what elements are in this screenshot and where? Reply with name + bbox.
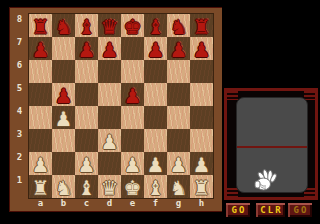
square-e7[interactable] xyxy=(121,37,144,60)
square-g6[interactable] xyxy=(167,60,190,83)
frame-corner-decoration xyxy=(227,91,238,100)
red-queen: ♛ xyxy=(101,16,119,38)
white-pawn: ♟ xyxy=(32,154,50,176)
square-g5[interactable] xyxy=(167,83,190,106)
red-king: ♚ xyxy=(124,16,142,38)
file-label-e: e xyxy=(121,198,144,211)
file-label-h: h xyxy=(190,198,213,211)
square-f2[interactable]: ♟ xyxy=(144,152,167,175)
white-queen: ♛ xyxy=(101,177,119,199)
square-b1[interactable]: ♞ xyxy=(52,175,75,198)
square-a3[interactable] xyxy=(29,129,52,152)
file-label-b: b xyxy=(52,198,75,211)
red-pawn: ♟ xyxy=(55,85,73,107)
square-d3[interactable]: ♟ xyxy=(98,129,121,152)
square-h6[interactable] xyxy=(190,60,213,83)
square-a1[interactable]: ♜ xyxy=(29,175,52,198)
square-e8[interactable]: ♚ xyxy=(121,14,144,37)
side-panel: GO CLR GO xyxy=(222,0,320,224)
red-pawn: ♟ xyxy=(101,39,119,61)
rank-label-6: 6 xyxy=(10,60,29,83)
white-rook: ♜ xyxy=(193,177,211,199)
file-label-d: d xyxy=(98,198,121,211)
go-button[interactable]: GO xyxy=(225,202,251,218)
square-c3[interactable] xyxy=(75,129,98,152)
square-c7[interactable]: ♟ xyxy=(75,37,98,60)
file-label-c: c xyxy=(75,198,98,211)
square-a4[interactable] xyxy=(29,106,52,129)
square-h3[interactable] xyxy=(190,129,213,152)
white-bishop: ♝ xyxy=(147,177,165,199)
clr-button[interactable]: CLR xyxy=(255,202,286,218)
square-f4[interactable] xyxy=(144,106,167,129)
square-h1[interactable]: ♜ xyxy=(190,175,213,198)
red-knight: ♞ xyxy=(170,16,188,38)
square-d6[interactable] xyxy=(98,60,121,83)
red-pawn: ♟ xyxy=(124,85,142,107)
red-bishop: ♝ xyxy=(147,16,165,38)
rank-label-4: 4 xyxy=(10,106,29,129)
go-button-2[interactable]: GO xyxy=(287,202,313,218)
rank-label-7: 7 xyxy=(10,37,29,60)
rank-label-8: 8 xyxy=(10,14,29,37)
square-g8[interactable]: ♞ xyxy=(167,14,190,37)
square-h5[interactable] xyxy=(190,83,213,106)
rank-labels: 87654321 xyxy=(10,14,29,198)
white-pawn: ♟ xyxy=(170,154,188,176)
white-knight: ♞ xyxy=(170,177,188,199)
square-b8[interactable]: ♞ xyxy=(52,14,75,37)
square-a2[interactable]: ♟ xyxy=(29,152,52,175)
square-e6[interactable] xyxy=(121,60,144,83)
rank-label-1: 1 xyxy=(10,175,29,198)
red-pawn: ♟ xyxy=(147,39,165,61)
square-f3[interactable] xyxy=(144,129,167,152)
white-pawn: ♟ xyxy=(55,108,73,130)
white-pawn: ♟ xyxy=(124,154,142,176)
chess-board: ♜♞♝♛♚♝♞♜♟♟♟♟♟♟♟♟♟♟♟♟♟♟♟♟♜♞♝♛♚♝♞♜ xyxy=(29,14,213,198)
red-bishop: ♝ xyxy=(78,16,96,38)
rank-label-2: 2 xyxy=(10,152,29,175)
square-g1[interactable]: ♞ xyxy=(167,175,190,198)
game-screen: 87654321 ♜♞♝♛♚♝♞♜♟♟♟♟♟♟♟♟♟♟♟♟♟♟♟♟♜♞♝♛♚♝♞… xyxy=(0,0,320,224)
file-label-f: f xyxy=(144,198,167,211)
square-e3[interactable] xyxy=(121,129,144,152)
file-label-a: a xyxy=(29,198,52,211)
square-g7[interactable]: ♟ xyxy=(167,37,190,60)
square-c5[interactable] xyxy=(75,83,98,106)
white-bishop: ♝ xyxy=(78,177,96,199)
square-b7[interactable] xyxy=(52,37,75,60)
red-rook: ♜ xyxy=(32,16,50,38)
red-knight: ♞ xyxy=(55,16,73,38)
square-e2[interactable]: ♟ xyxy=(121,152,144,175)
square-e1[interactable]: ♚ xyxy=(121,175,144,198)
square-h4[interactable] xyxy=(190,106,213,129)
square-h7[interactable]: ♟ xyxy=(190,37,213,60)
square-b2[interactable] xyxy=(52,152,75,175)
hand-cursor-icon[interactable] xyxy=(251,167,279,193)
square-e4[interactable] xyxy=(121,106,144,129)
chess-board-frame: 87654321 ♜♞♝♛♚♝♞♜♟♟♟♟♟♟♟♟♟♟♟♟♟♟♟♟♜♞♝♛♚♝♞… xyxy=(10,8,222,211)
square-d5[interactable] xyxy=(98,83,121,106)
square-a5[interactable] xyxy=(29,83,52,106)
button-row: GO CLR GO xyxy=(222,202,320,219)
square-g4[interactable] xyxy=(167,106,190,129)
square-a8[interactable]: ♜ xyxy=(29,14,52,37)
square-c4[interactable] xyxy=(75,106,98,129)
square-b4[interactable]: ♟ xyxy=(52,106,75,129)
square-d4[interactable] xyxy=(98,106,121,129)
square-c2[interactable]: ♟ xyxy=(75,152,98,175)
square-f7[interactable]: ♟ xyxy=(144,37,167,60)
red-pawn: ♟ xyxy=(32,39,50,61)
tray-divider xyxy=(237,146,307,148)
square-c8[interactable]: ♝ xyxy=(75,14,98,37)
square-h2[interactable]: ♟ xyxy=(190,152,213,175)
white-pawn: ♟ xyxy=(193,154,211,176)
square-f5[interactable] xyxy=(144,83,167,106)
red-rook: ♜ xyxy=(193,16,211,38)
square-f1[interactable]: ♝ xyxy=(144,175,167,198)
white-pawn: ♟ xyxy=(101,131,119,153)
square-f6[interactable] xyxy=(144,60,167,83)
rank-label-5: 5 xyxy=(10,83,29,106)
white-pawn: ♟ xyxy=(147,154,165,176)
red-pawn: ♟ xyxy=(78,39,96,61)
square-g3[interactable] xyxy=(167,129,190,152)
red-pawn: ♟ xyxy=(193,39,211,61)
square-d2[interactable] xyxy=(98,152,121,175)
square-e5[interactable]: ♟ xyxy=(121,83,144,106)
square-d8[interactable]: ♛ xyxy=(98,14,121,37)
square-d7[interactable]: ♟ xyxy=(98,37,121,60)
captured-pieces-frame xyxy=(224,88,318,200)
white-king: ♚ xyxy=(124,177,142,199)
square-d1[interactable]: ♛ xyxy=(98,175,121,198)
square-b5[interactable]: ♟ xyxy=(52,83,75,106)
square-b6[interactable] xyxy=(52,60,75,83)
square-f8[interactable]: ♝ xyxy=(144,14,167,37)
square-g2[interactable]: ♟ xyxy=(167,152,190,175)
square-b3[interactable] xyxy=(52,129,75,152)
white-rook: ♜ xyxy=(32,177,50,199)
square-h8[interactable]: ♜ xyxy=(190,14,213,37)
square-c6[interactable] xyxy=(75,60,98,83)
square-c1[interactable]: ♝ xyxy=(75,175,98,198)
square-a7[interactable]: ♟ xyxy=(29,37,52,60)
file-label-g: g xyxy=(167,198,190,211)
red-pawn: ♟ xyxy=(170,39,188,61)
white-knight: ♞ xyxy=(55,177,73,199)
square-a6[interactable] xyxy=(29,60,52,83)
file-labels: abcdefgh xyxy=(29,198,213,211)
white-pawn: ♟ xyxy=(78,154,96,176)
rank-label-3: 3 xyxy=(10,129,29,152)
